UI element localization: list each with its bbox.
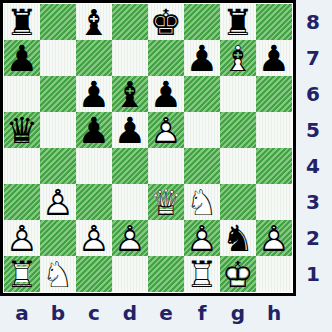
piece-outline: ♙	[112, 221, 148, 256]
piece-glyph: ♟	[4, 41, 40, 76]
file-label-a: a	[4, 296, 40, 330]
rank-label-1: 1	[296, 256, 330, 292]
black-pawn[interactable]: ♟	[112, 112, 148, 148]
square-a8[interactable]: ♜	[4, 4, 40, 40]
square-c1[interactable]	[76, 256, 112, 292]
square-e7[interactable]	[148, 40, 184, 76]
square-b7[interactable]	[40, 40, 76, 76]
square-a2[interactable]: ♟♙	[4, 220, 40, 256]
piece-outline: ♙	[148, 113, 184, 148]
piece-outline: ♙	[40, 185, 76, 220]
piece-outline: ♘	[40, 257, 76, 292]
piece-glyph: ♚	[148, 5, 184, 40]
piece-glyph: ♝	[112, 77, 148, 112]
white-king[interactable]: ♚♔	[220, 256, 256, 292]
file-label-g: g	[220, 296, 256, 330]
square-f6[interactable]	[184, 76, 220, 112]
piece-glyph: ♛	[4, 113, 40, 148]
black-rook[interactable]: ♜	[4, 4, 40, 40]
black-pawn[interactable]: ♟	[256, 40, 292, 76]
square-b8[interactable]	[40, 4, 76, 40]
black-pawn[interactable]: ♟	[76, 112, 112, 148]
square-g8[interactable]: ♜	[220, 4, 256, 40]
piece-outline: ♗	[220, 41, 256, 76]
piece-glyph: ♟	[76, 113, 112, 148]
square-f7[interactable]: ♟	[184, 40, 220, 76]
square-g6[interactable]	[220, 76, 256, 112]
square-d4[interactable]	[112, 148, 148, 184]
black-bishop[interactable]: ♝	[76, 4, 112, 40]
square-e6[interactable]: ♟	[148, 76, 184, 112]
rank-label-5: 5	[296, 112, 330, 148]
file-label-h: h	[256, 296, 292, 330]
square-d1[interactable]	[112, 256, 148, 292]
piece-glyph: ♜	[4, 5, 40, 40]
piece-glyph: ♟	[256, 41, 292, 76]
square-g3[interactable]	[220, 184, 256, 220]
square-c4[interactable]	[76, 148, 112, 184]
square-b2[interactable]	[40, 220, 76, 256]
square-b5[interactable]	[40, 112, 76, 148]
black-queen[interactable]: ♛	[4, 112, 40, 148]
square-g7[interactable]: ♝♗	[220, 40, 256, 76]
square-b3[interactable]: ♟♙	[40, 184, 76, 220]
chess-diagram: ♜♝♚♜♟♟♝♗♟♟♝♟♛♟♟♟♙♟♙♛♕♞♘♟♙♟♙♟♙♟♙♞♟♙♜♖♞♘♜♖…	[0, 0, 332, 332]
square-f2[interactable]: ♟♙	[184, 220, 220, 256]
white-knight[interactable]: ♞♘	[40, 256, 76, 292]
piece-outline: ♔	[220, 257, 256, 292]
piece-glyph: ♝	[76, 5, 112, 40]
black-pawn[interactable]: ♟	[184, 40, 220, 76]
piece-glyph: ♟	[184, 41, 220, 76]
black-rook[interactable]: ♜	[220, 4, 256, 40]
square-b1[interactable]: ♞♘	[40, 256, 76, 292]
square-d6[interactable]: ♝	[112, 76, 148, 112]
square-c2[interactable]: ♟♙	[76, 220, 112, 256]
piece-outline: ♖	[184, 257, 220, 292]
white-bishop[interactable]: ♝♗	[220, 40, 256, 76]
white-pawn[interactable]: ♟♙	[76, 220, 112, 256]
square-a1[interactable]: ♜♖	[4, 256, 40, 292]
square-b4[interactable]	[40, 148, 76, 184]
rank-label-2: 2	[296, 220, 330, 256]
square-b6[interactable]	[40, 76, 76, 112]
square-g2[interactable]: ♞	[220, 220, 256, 256]
square-e8[interactable]: ♚	[148, 4, 184, 40]
piece-outline: ♙	[184, 221, 220, 256]
square-g5[interactable]	[220, 112, 256, 148]
white-pawn[interactable]: ♟♙	[4, 220, 40, 256]
black-pawn[interactable]: ♟	[76, 76, 112, 112]
file-label-b: b	[40, 296, 76, 330]
square-h5[interactable]	[256, 112, 292, 148]
square-f8[interactable]	[184, 4, 220, 40]
square-e1[interactable]	[148, 256, 184, 292]
rank-coordinates: 87654321	[296, 4, 330, 292]
square-h7[interactable]: ♟	[256, 40, 292, 76]
white-queen[interactable]: ♛♕	[148, 184, 184, 220]
square-h3[interactable]	[256, 184, 292, 220]
square-a6[interactable]	[4, 76, 40, 112]
rank-label-3: 3	[296, 184, 330, 220]
square-h8[interactable]	[256, 4, 292, 40]
file-coordinates: abcdefgh	[4, 296, 292, 330]
square-g4[interactable]	[220, 148, 256, 184]
piece-outline: ♙	[4, 221, 40, 256]
square-e3[interactable]: ♛♕	[148, 184, 184, 220]
square-d5[interactable]: ♟	[112, 112, 148, 148]
file-label-d: d	[112, 296, 148, 330]
white-pawn[interactable]: ♟♙	[184, 220, 220, 256]
square-c6[interactable]: ♟	[76, 76, 112, 112]
file-label-c: c	[76, 296, 112, 330]
piece-outline: ♙	[256, 221, 292, 256]
square-d8[interactable]	[112, 4, 148, 40]
piece-outline: ♕	[148, 185, 184, 220]
black-pawn[interactable]: ♟	[148, 76, 184, 112]
white-knight[interactable]: ♞♘	[184, 184, 220, 220]
square-a5[interactable]: ♛	[4, 112, 40, 148]
square-e5[interactable]: ♟♙	[148, 112, 184, 148]
square-h4[interactable]	[256, 148, 292, 184]
white-rook[interactable]: ♜♖	[184, 256, 220, 292]
piece-outline: ♙	[76, 221, 112, 256]
white-pawn[interactable]: ♟♙	[40, 184, 76, 220]
rank-label-7: 7	[296, 40, 330, 76]
piece-outline: ♖	[4, 257, 40, 292]
rank-label-4: 4	[296, 148, 330, 184]
square-c8[interactable]: ♝	[76, 4, 112, 40]
white-pawn[interactable]: ♟♙	[148, 112, 184, 148]
piece-glyph: ♜	[220, 5, 256, 40]
file-label-f: f	[184, 296, 220, 330]
square-f5[interactable]	[184, 112, 220, 148]
piece-glyph: ♞	[220, 221, 256, 256]
square-f4[interactable]	[184, 148, 220, 184]
chess-board: ♜♝♚♜♟♟♝♗♟♟♝♟♛♟♟♟♙♟♙♛♕♞♘♟♙♟♙♟♙♟♙♞♟♙♜♖♞♘♜♖…	[4, 4, 292, 292]
piece-glyph: ♟	[112, 113, 148, 148]
square-a4[interactable]	[4, 148, 40, 184]
rank-label-8: 8	[296, 4, 330, 40]
chess-board-frame: ♜♝♚♜♟♟♝♗♟♟♝♟♛♟♟♟♙♟♙♛♕♞♘♟♙♟♙♟♙♟♙♞♟♙♜♖♞♘♜♖…	[0, 0, 296, 296]
square-a7[interactable]: ♟	[4, 40, 40, 76]
square-f3[interactable]: ♞♘	[184, 184, 220, 220]
square-h1[interactable]	[256, 256, 292, 292]
square-c7[interactable]	[76, 40, 112, 76]
black-pawn[interactable]: ♟	[4, 40, 40, 76]
white-rook[interactable]: ♜♖	[4, 256, 40, 292]
file-label-e: e	[148, 296, 184, 330]
black-knight[interactable]: ♞	[220, 220, 256, 256]
square-e2[interactable]	[148, 220, 184, 256]
rank-label-6: 6	[296, 76, 330, 112]
black-bishop[interactable]: ♝	[112, 76, 148, 112]
white-pawn[interactable]: ♟♙	[112, 220, 148, 256]
square-h6[interactable]	[256, 76, 292, 112]
piece-glyph: ♟	[148, 77, 184, 112]
piece-outline: ♘	[184, 185, 220, 220]
piece-glyph: ♟	[76, 77, 112, 112]
square-h2[interactable]: ♟♙	[256, 220, 292, 256]
square-d7[interactable]	[112, 40, 148, 76]
square-c5[interactable]: ♟	[76, 112, 112, 148]
square-d2[interactable]: ♟♙	[112, 220, 148, 256]
white-pawn[interactable]: ♟♙	[256, 220, 292, 256]
square-d3[interactable]	[112, 184, 148, 220]
square-f1[interactable]: ♜♖	[184, 256, 220, 292]
black-king[interactable]: ♚	[148, 4, 184, 40]
square-c3[interactable]	[76, 184, 112, 220]
square-e4[interactable]	[148, 148, 184, 184]
square-g1[interactable]: ♚♔	[220, 256, 256, 292]
square-a3[interactable]	[4, 184, 40, 220]
